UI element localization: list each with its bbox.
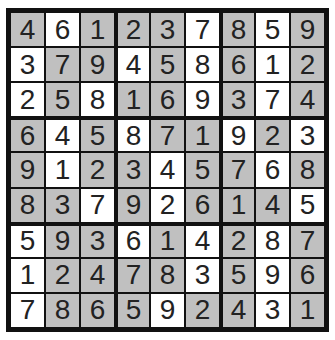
sudoku-cell-r6c9[interactable]: 5: [291, 189, 324, 222]
sudoku-cell-r8c3[interactable]: 4: [81, 259, 114, 292]
sudoku-cell-r9c6[interactable]: 2: [186, 294, 219, 327]
sudoku-cell-r2c2[interactable]: 7: [46, 48, 79, 81]
sudoku-cell-r6c5[interactable]: 2: [151, 189, 184, 222]
sudoku-cell-r3c4[interactable]: 1: [116, 83, 149, 116]
sudoku-cell-r5c1[interactable]: 9: [11, 153, 44, 186]
sudoku-cell-r8c4[interactable]: 7: [116, 259, 149, 292]
sudoku-cell-r4c6[interactable]: 1: [186, 118, 219, 151]
sudoku-cell-r7c8[interactable]: 8: [256, 224, 289, 257]
sudoku-cell-r4c1[interactable]: 6: [11, 118, 44, 151]
sudoku-cell-r9c1[interactable]: 7: [11, 294, 44, 327]
sudoku-cell-r8c7[interactable]: 5: [221, 259, 254, 292]
sudoku-cell-r3c5[interactable]: 6: [151, 83, 184, 116]
sudoku-cell-r2c7[interactable]: 6: [221, 48, 254, 81]
sudoku-cell-r3c3[interactable]: 8: [81, 83, 114, 116]
sudoku-cell-r4c9[interactable]: 3: [291, 118, 324, 151]
sudoku-cell-r7c6[interactable]: 4: [186, 224, 219, 257]
sudoku-cell-r9c2[interactable]: 8: [46, 294, 79, 327]
sudoku-cell-r4c8[interactable]: 2: [256, 118, 289, 151]
sudoku-cell-r6c2[interactable]: 3: [46, 189, 79, 222]
sudoku-cell-r9c7[interactable]: 4: [221, 294, 254, 327]
sudoku-board: 4612378593794586122581693746458719239123…: [6, 8, 329, 332]
sudoku-cell-r9c4[interactable]: 5: [116, 294, 149, 327]
sudoku-cell-r4c2[interactable]: 4: [46, 118, 79, 151]
sudoku-cell-r1c5[interactable]: 3: [151, 13, 184, 46]
sudoku-cell-r8c8[interactable]: 9: [256, 259, 289, 292]
sudoku-cell-r2c3[interactable]: 9: [81, 48, 114, 81]
sudoku-cell-r8c6[interactable]: 3: [186, 259, 219, 292]
sudoku-cell-r3c2[interactable]: 5: [46, 83, 79, 116]
sudoku-cell-r2c6[interactable]: 8: [186, 48, 219, 81]
sudoku-cell-r9c3[interactable]: 6: [81, 294, 114, 327]
sudoku-cell-r3c6[interactable]: 9: [186, 83, 219, 116]
sudoku-cell-r5c3[interactable]: 2: [81, 153, 114, 186]
sudoku-cell-r5c5[interactable]: 4: [151, 153, 184, 186]
sudoku-cell-r6c7[interactable]: 1: [221, 189, 254, 222]
sudoku-cell-r1c9[interactable]: 9: [291, 13, 324, 46]
sudoku-cell-r6c6[interactable]: 6: [186, 189, 219, 222]
sudoku-cell-r3c1[interactable]: 2: [11, 83, 44, 116]
sudoku-cell-r2c4[interactable]: 4: [116, 48, 149, 81]
sudoku-cell-r4c5[interactable]: 7: [151, 118, 184, 151]
sudoku-cell-r5c9[interactable]: 8: [291, 153, 324, 186]
sudoku-cell-r6c1[interactable]: 8: [11, 189, 44, 222]
sudoku-cell-r1c6[interactable]: 7: [186, 13, 219, 46]
sudoku-cell-r7c1[interactable]: 5: [11, 224, 44, 257]
sudoku-cell-r8c5[interactable]: 8: [151, 259, 184, 292]
sudoku-cell-r9c8[interactable]: 3: [256, 294, 289, 327]
sudoku-cell-r5c4[interactable]: 3: [116, 153, 149, 186]
sudoku-cell-r1c3[interactable]: 1: [81, 13, 114, 46]
sudoku-cell-r7c2[interactable]: 9: [46, 224, 79, 257]
sudoku-cell-r4c3[interactable]: 5: [81, 118, 114, 151]
sudoku-cell-r6c4[interactable]: 9: [116, 189, 149, 222]
sudoku-cell-r7c4[interactable]: 6: [116, 224, 149, 257]
sudoku-cell-r2c9[interactable]: 2: [291, 48, 324, 81]
sudoku-cell-r2c5[interactable]: 5: [151, 48, 184, 81]
sudoku-cell-r7c5[interactable]: 1: [151, 224, 184, 257]
sudoku-cell-r6c3[interactable]: 7: [81, 189, 114, 222]
sudoku-cell-r8c1[interactable]: 1: [11, 259, 44, 292]
sudoku-cell-r5c2[interactable]: 1: [46, 153, 79, 186]
sudoku-cell-r1c7[interactable]: 8: [221, 13, 254, 46]
sudoku-cell-r2c8[interactable]: 1: [256, 48, 289, 81]
sudoku-cell-r3c7[interactable]: 3: [221, 83, 254, 116]
sudoku-cell-r3c9[interactable]: 4: [291, 83, 324, 116]
sudoku-cell-r8c2[interactable]: 2: [46, 259, 79, 292]
sudoku-cell-r3c8[interactable]: 7: [256, 83, 289, 116]
sudoku-cell-r5c8[interactable]: 6: [256, 153, 289, 186]
sudoku-cell-r1c8[interactable]: 5: [256, 13, 289, 46]
sudoku-cell-r5c6[interactable]: 5: [186, 153, 219, 186]
page: 4612378593794586122581693746458719239123…: [0, 0, 335, 340]
sudoku-cell-r9c5[interactable]: 9: [151, 294, 184, 327]
sudoku-cell-r5c7[interactable]: 7: [221, 153, 254, 186]
sudoku-cell-r6c8[interactable]: 4: [256, 189, 289, 222]
sudoku-cell-r8c9[interactable]: 6: [291, 259, 324, 292]
sudoku-cell-r2c1[interactable]: 3: [11, 48, 44, 81]
sudoku-cell-r4c7[interactable]: 9: [221, 118, 254, 151]
sudoku-cell-r1c1[interactable]: 4: [11, 13, 44, 46]
sudoku-cell-r1c4[interactable]: 2: [116, 13, 149, 46]
sudoku-cell-r7c9[interactable]: 7: [291, 224, 324, 257]
sudoku-cell-r1c2[interactable]: 6: [46, 13, 79, 46]
sudoku-cell-r9c9[interactable]: 1: [291, 294, 324, 327]
sudoku-cell-r4c4[interactable]: 8: [116, 118, 149, 151]
sudoku-cell-r7c3[interactable]: 3: [81, 224, 114, 257]
sudoku-cell-r7c7[interactable]: 2: [221, 224, 254, 257]
